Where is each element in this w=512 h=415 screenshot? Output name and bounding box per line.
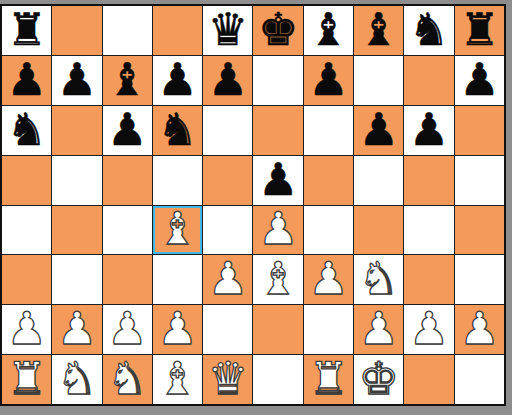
square-c2[interactable]: ♟ <box>103 305 152 354</box>
square-b4[interactable] <box>52 206 101 255</box>
square-i3[interactable] <box>404 255 453 304</box>
square-g4[interactable] <box>304 206 353 255</box>
square-i6[interactable]: ♟ <box>404 106 453 155</box>
square-b2[interactable]: ♟ <box>52 305 101 354</box>
square-g5[interactable] <box>304 156 353 205</box>
square-c8[interactable] <box>103 6 152 55</box>
square-d8[interactable] <box>153 6 202 55</box>
square-e7[interactable]: ♟ <box>203 56 252 105</box>
square-a2[interactable]: ♟ <box>2 305 51 354</box>
square-i5[interactable] <box>404 156 453 205</box>
square-e6[interactable] <box>203 106 252 155</box>
square-a4[interactable] <box>2 206 51 255</box>
square-d4[interactable]: ♝ <box>153 206 202 255</box>
black-pawn: ♟ <box>107 107 147 152</box>
black-knight: ♞ <box>409 7 449 52</box>
white-knight: ♞ <box>359 256 399 301</box>
square-g8[interactable]: ♝ <box>304 6 353 55</box>
square-h5[interactable] <box>354 156 403 205</box>
black-pawn: ♟ <box>208 57 248 102</box>
square-h1[interactable]: ♚ <box>354 355 403 404</box>
square-g1[interactable]: ♜ <box>304 355 353 404</box>
square-b3[interactable] <box>52 255 101 304</box>
white-knight: ♞ <box>57 356 97 401</box>
white-pawn: ♟ <box>107 306 147 351</box>
square-d6[interactable]: ♞ <box>153 106 202 155</box>
square-i4[interactable] <box>404 206 453 255</box>
square-e8[interactable]: ♛ <box>203 6 252 55</box>
white-queen: ♛ <box>208 356 248 401</box>
white-pawn: ♟ <box>459 306 499 351</box>
square-c6[interactable]: ♟ <box>103 106 152 155</box>
white-pawn: ♟ <box>157 306 197 351</box>
black-pawn: ♟ <box>308 57 348 102</box>
square-a1[interactable]: ♜ <box>2 355 51 404</box>
square-c1[interactable]: ♞ <box>103 355 152 404</box>
square-j7[interactable]: ♟ <box>455 56 504 105</box>
square-f6[interactable] <box>253 106 302 155</box>
game-window: ♜♛♚♝♝♞♜♟♟♝♟♟♟♟♞♟♞♟♟♟♝♟♟♝♟♞♟♟♟♟♟♟♟♜♞♞♝♛♜♚ <box>0 0 512 415</box>
square-a5[interactable] <box>2 156 51 205</box>
square-e1[interactable]: ♛ <box>203 355 252 404</box>
black-pawn: ♟ <box>258 157 298 202</box>
black-pawn: ♟ <box>157 57 197 102</box>
square-f8[interactable]: ♚ <box>253 6 302 55</box>
square-i7[interactable] <box>404 56 453 105</box>
square-f3[interactable]: ♝ <box>253 255 302 304</box>
square-b7[interactable]: ♟ <box>52 56 101 105</box>
black-pawn: ♟ <box>409 107 449 152</box>
white-rook: ♜ <box>6 356 46 401</box>
white-pawn: ♟ <box>308 256 348 301</box>
square-f5[interactable]: ♟ <box>253 156 302 205</box>
white-rook: ♜ <box>308 356 348 401</box>
black-knight: ♞ <box>6 107 46 152</box>
square-b5[interactable] <box>52 156 101 205</box>
square-c3[interactable] <box>103 255 152 304</box>
square-g7[interactable]: ♟ <box>304 56 353 105</box>
white-knight: ♞ <box>107 356 147 401</box>
black-bishop: ♝ <box>107 57 147 102</box>
square-c5[interactable] <box>103 156 152 205</box>
square-j4[interactable] <box>455 206 504 255</box>
white-pawn: ♟ <box>208 256 248 301</box>
square-j2[interactable]: ♟ <box>455 305 504 354</box>
black-queen: ♛ <box>208 7 248 52</box>
square-h8[interactable]: ♝ <box>354 6 403 55</box>
white-bishop: ♝ <box>157 356 197 401</box>
square-d5[interactable] <box>153 156 202 205</box>
square-j3[interactable] <box>455 255 504 304</box>
square-i1[interactable] <box>404 355 453 404</box>
square-a6[interactable]: ♞ <box>2 106 51 155</box>
white-pawn: ♟ <box>258 206 298 251</box>
black-pawn: ♟ <box>359 107 399 152</box>
square-e4[interactable] <box>203 206 252 255</box>
black-bishop: ♝ <box>359 7 399 52</box>
black-pawn: ♟ <box>459 57 499 102</box>
chess-board: ♜♛♚♝♝♞♜♟♟♝♟♟♟♟♞♟♞♟♟♟♝♟♟♝♟♞♟♟♟♟♟♟♟♜♞♞♝♛♜♚ <box>0 4 506 406</box>
square-g6[interactable] <box>304 106 353 155</box>
square-e2[interactable] <box>203 305 252 354</box>
white-pawn: ♟ <box>57 306 97 351</box>
black-rook: ♜ <box>459 7 499 52</box>
square-g2[interactable] <box>304 305 353 354</box>
black-king: ♚ <box>258 7 298 52</box>
square-d2[interactable]: ♟ <box>153 305 202 354</box>
square-e3[interactable]: ♟ <box>203 255 252 304</box>
square-c4[interactable] <box>103 206 152 255</box>
black-rook: ♜ <box>6 7 46 52</box>
square-g3[interactable]: ♟ <box>304 255 353 304</box>
white-bishop: ♝ <box>258 256 298 301</box>
black-knight: ♞ <box>157 107 197 152</box>
square-h4[interactable] <box>354 206 403 255</box>
black-bishop: ♝ <box>308 7 348 52</box>
square-c7[interactable]: ♝ <box>103 56 152 105</box>
square-d1[interactable]: ♝ <box>153 355 202 404</box>
square-f2[interactable] <box>253 305 302 354</box>
white-pawn: ♟ <box>359 306 399 351</box>
square-j8[interactable]: ♜ <box>455 6 504 55</box>
square-b8[interactable] <box>52 6 101 55</box>
square-f1[interactable] <box>253 355 302 404</box>
square-e5[interactable] <box>203 156 252 205</box>
black-pawn: ♟ <box>57 57 97 102</box>
white-king: ♚ <box>359 356 399 401</box>
square-b6[interactable] <box>52 106 101 155</box>
square-f7[interactable] <box>253 56 302 105</box>
white-pawn: ♟ <box>6 306 46 351</box>
square-i8[interactable]: ♞ <box>404 6 453 55</box>
white-bishop: ♝ <box>157 206 197 251</box>
square-d7[interactable]: ♟ <box>153 56 202 105</box>
square-b1[interactable]: ♞ <box>52 355 101 404</box>
square-j6[interactable] <box>455 106 504 155</box>
white-pawn: ♟ <box>409 306 449 351</box>
square-d3[interactable] <box>153 255 202 304</box>
square-h2[interactable]: ♟ <box>354 305 403 354</box>
square-a7[interactable]: ♟ <box>2 56 51 105</box>
square-j1[interactable] <box>455 355 504 404</box>
square-f4[interactable]: ♟ <box>253 206 302 255</box>
square-h6[interactable]: ♟ <box>354 106 403 155</box>
square-h7[interactable] <box>354 56 403 105</box>
square-i2[interactable]: ♟ <box>404 305 453 354</box>
square-h3[interactable]: ♞ <box>354 255 403 304</box>
square-a3[interactable] <box>2 255 51 304</box>
black-pawn: ♟ <box>6 57 46 102</box>
square-j5[interactable] <box>455 156 504 205</box>
square-a8[interactable]: ♜ <box>2 6 51 55</box>
